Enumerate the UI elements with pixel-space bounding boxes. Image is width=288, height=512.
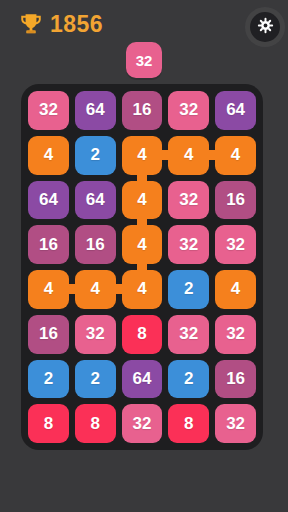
tile-r7c3[interactable]: 64 [122,360,163,399]
tile-r1c2[interactable]: 64 [75,91,116,130]
tile-r7c1[interactable]: 2 [28,360,69,399]
score-value: 1856 [50,11,103,38]
tile-r8c1[interactable]: 8 [28,404,69,443]
tile-r7c5[interactable]: 16 [215,360,256,399]
tile-r5c1[interactable]: 4 [28,270,69,309]
tile-r5c3[interactable]: 4 [122,270,163,309]
tile-r6c4[interactable]: 32 [168,315,209,354]
tile-r2c1[interactable]: 4 [28,136,69,175]
tile-r2c2[interactable]: 2 [75,136,116,175]
tile-r4c4[interactable]: 32 [168,225,209,264]
tile-r8c3[interactable]: 32 [122,404,163,443]
next-tile-value: 32 [136,52,153,69]
tile-r4c3[interactable]: 4 [122,225,163,264]
score-display: 1856 [18,11,103,38]
tile-r3c3[interactable]: 4 [122,181,163,220]
trophy-icon [18,12,44,38]
settings-button[interactable] [250,12,280,42]
tile-r1c3[interactable]: 16 [122,91,163,130]
tile-r8c4[interactable]: 8 [168,404,209,443]
next-tile: 32 [126,42,162,78]
tile-r2c3[interactable]: 4 [122,136,163,175]
board-grid: 3264163264424446464432161616432324442416… [28,91,256,443]
tile-r7c4[interactable]: 2 [168,360,209,399]
tile-r5c5[interactable]: 4 [215,270,256,309]
tile-r6c1[interactable]: 16 [28,315,69,354]
tile-r1c1[interactable]: 32 [28,91,69,130]
tile-r8c2[interactable]: 8 [75,404,116,443]
board: 3264163264424446464432161616432324442416… [21,84,263,450]
tile-r6c2[interactable]: 32 [75,315,116,354]
tile-r6c5[interactable]: 32 [215,315,256,354]
tile-r5c2[interactable]: 4 [75,270,116,309]
tile-r3c5[interactable]: 16 [215,181,256,220]
tile-r2c4[interactable]: 4 [168,136,209,175]
tile-r1c5[interactable]: 64 [215,91,256,130]
tile-r7c2[interactable]: 2 [75,360,116,399]
tile-r4c2[interactable]: 16 [75,225,116,264]
tile-r4c1[interactable]: 16 [28,225,69,264]
tile-r3c1[interactable]: 64 [28,181,69,220]
gear-icon [257,17,274,38]
tile-r6c3[interactable]: 8 [122,315,163,354]
tile-r4c5[interactable]: 32 [215,225,256,264]
tile-r8c5[interactable]: 32 [215,404,256,443]
tile-r3c4[interactable]: 32 [168,181,209,220]
tile-r5c4[interactable]: 2 [168,270,209,309]
tile-r2c5[interactable]: 4 [215,136,256,175]
tile-r3c2[interactable]: 64 [75,181,116,220]
tile-r1c4[interactable]: 32 [168,91,209,130]
